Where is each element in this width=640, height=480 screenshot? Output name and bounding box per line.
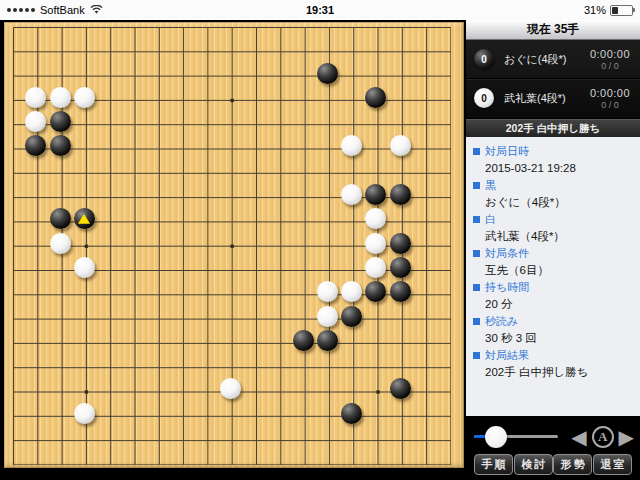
black-captures: 0	[481, 54, 487, 65]
intersection	[171, 64, 195, 88]
intersection	[317, 453, 341, 477]
intersection	[196, 161, 220, 185]
intersection	[123, 307, 147, 331]
intersection	[196, 331, 220, 355]
stone-white	[220, 378, 241, 399]
intersection	[50, 453, 74, 477]
stone-white	[317, 306, 338, 327]
intersection	[99, 258, 123, 282]
intersection	[196, 404, 220, 428]
intersection	[50, 355, 74, 379]
intersection	[390, 185, 414, 209]
intersection	[123, 234, 147, 258]
intersection	[99, 40, 123, 64]
info-item-black: 黒 おぐに（4段*）	[473, 177, 633, 211]
black-stone-icon: 0	[474, 49, 494, 69]
stone-white	[50, 233, 71, 254]
bullet-icon	[473, 318, 480, 325]
intersection	[414, 307, 438, 331]
intersection	[196, 453, 220, 477]
intersection	[366, 355, 390, 379]
intersection	[99, 185, 123, 209]
intersection	[123, 210, 147, 234]
intersection	[26, 453, 50, 477]
intersection	[1, 40, 25, 64]
intersection	[366, 40, 390, 64]
intersection	[50, 258, 74, 282]
intersection	[99, 404, 123, 428]
intersection	[26, 404, 50, 428]
move-counter: 現在 35手	[466, 20, 640, 40]
intersection	[269, 283, 293, 307]
intersection	[439, 161, 463, 185]
intersection	[293, 307, 317, 331]
auto-play-button[interactable]: A	[592, 426, 614, 448]
intersection	[99, 210, 123, 234]
intersection	[317, 88, 341, 112]
intersection	[269, 380, 293, 404]
intersection	[147, 307, 171, 331]
stone-black	[365, 184, 386, 205]
white-stone-icon: 0	[474, 88, 494, 108]
intersection	[366, 258, 390, 282]
stone-black	[341, 403, 362, 424]
intersection	[26, 283, 50, 307]
bullet-icon	[473, 284, 480, 291]
intersection	[390, 428, 414, 452]
white-captures: 0	[481, 93, 487, 104]
intersection	[196, 307, 220, 331]
intersection	[1, 210, 25, 234]
intersection	[99, 234, 123, 258]
intersection	[123, 258, 147, 282]
intersection	[293, 331, 317, 355]
intersection	[341, 380, 365, 404]
intersection	[439, 355, 463, 379]
intersection	[366, 210, 390, 234]
intersection	[269, 428, 293, 452]
app-screen: SoftBank 19:31 31% 現在 35手 0 おぐに(4段*)	[0, 0, 640, 480]
intersection	[293, 185, 317, 209]
intersection	[196, 380, 220, 404]
intersection	[244, 404, 268, 428]
stone-black	[74, 208, 95, 229]
intersection	[1, 161, 25, 185]
intersection	[390, 283, 414, 307]
player-white-row: 0 武礼葉(4段*) 0:00:00 0 / 0	[466, 78, 640, 117]
intersection	[317, 185, 341, 209]
intersection	[1, 380, 25, 404]
intersection	[293, 88, 317, 112]
intersection	[244, 380, 268, 404]
info-item-date: 対局日時 2015-03-21 19:28	[473, 143, 633, 177]
intersection	[50, 380, 74, 404]
stone-white	[341, 135, 362, 156]
stone-black	[390, 378, 411, 399]
intersection	[269, 404, 293, 428]
intersection	[196, 258, 220, 282]
intersection	[196, 185, 220, 209]
info-item-byoyomi: 秒読み 30 秒 3 回	[473, 313, 633, 347]
intersection	[26, 307, 50, 331]
intersection	[26, 185, 50, 209]
intersection	[196, 64, 220, 88]
intersection	[269, 64, 293, 88]
intersection	[414, 258, 438, 282]
white-clock: 0:00:00 0 / 0	[588, 87, 632, 110]
intersection	[123, 88, 147, 112]
intersection	[293, 428, 317, 452]
move-slider[interactable]	[474, 425, 558, 449]
position-eval-button[interactable]: 形勢	[553, 454, 592, 475]
intersection	[147, 355, 171, 379]
intersection	[26, 210, 50, 234]
stone-white	[390, 135, 411, 156]
intersection	[317, 307, 341, 331]
intersection	[269, 113, 293, 137]
stone-white	[317, 281, 338, 302]
white-player-name: 武礼葉(4段*)	[504, 91, 566, 106]
intersection	[293, 258, 317, 282]
intersection	[196, 137, 220, 161]
intersection	[220, 137, 244, 161]
intersection	[171, 161, 195, 185]
intersection	[50, 64, 74, 88]
intersection	[390, 258, 414, 282]
intersection	[171, 428, 195, 452]
intersection	[99, 161, 123, 185]
intersection	[171, 88, 195, 112]
intersection	[317, 283, 341, 307]
stone-black	[365, 281, 386, 302]
intersection	[147, 161, 171, 185]
intersection	[123, 380, 147, 404]
intersection	[74, 113, 98, 137]
intersection	[123, 331, 147, 355]
intersection	[50, 234, 74, 258]
intersection	[439, 380, 463, 404]
intersection	[74, 404, 98, 428]
intersection	[1, 404, 25, 428]
intersection	[366, 64, 390, 88]
intersection	[390, 380, 414, 404]
intersection	[74, 258, 98, 282]
leave-room-button[interactable]: 退室	[593, 454, 632, 475]
intersection	[341, 355, 365, 379]
intersection	[293, 355, 317, 379]
stone-black	[390, 233, 411, 254]
intersection	[50, 88, 74, 112]
intersection	[26, 355, 50, 379]
intersection	[123, 404, 147, 428]
intersection	[390, 453, 414, 477]
intersection	[99, 307, 123, 331]
intersection	[366, 113, 390, 137]
intersection	[220, 380, 244, 404]
intersection	[99, 380, 123, 404]
intersection	[74, 185, 98, 209]
intersection	[269, 185, 293, 209]
intersection	[414, 210, 438, 234]
intersection	[317, 64, 341, 88]
intersection	[341, 307, 365, 331]
intersection	[50, 428, 74, 452]
intersection	[26, 64, 50, 88]
intersection	[147, 88, 171, 112]
intersection	[269, 453, 293, 477]
intersection	[269, 258, 293, 282]
intersection	[269, 210, 293, 234]
intersection	[366, 185, 390, 209]
intersection	[244, 355, 268, 379]
intersection	[74, 64, 98, 88]
intersection	[293, 137, 317, 161]
intersection	[414, 234, 438, 258]
stone-white	[341, 184, 362, 205]
intersection	[366, 234, 390, 258]
intersection	[1, 355, 25, 379]
intersection	[366, 380, 390, 404]
intersection	[244, 40, 268, 64]
intersection	[26, 258, 50, 282]
intersection	[439, 307, 463, 331]
intersection	[244, 453, 268, 477]
intersection	[269, 88, 293, 112]
intersection	[220, 355, 244, 379]
intersection	[439, 40, 463, 64]
intersection	[1, 283, 25, 307]
intersection	[366, 283, 390, 307]
intersection	[317, 113, 341, 137]
intersection	[341, 137, 365, 161]
intersection	[171, 453, 195, 477]
intersection	[317, 331, 341, 355]
intersection	[171, 210, 195, 234]
info-item-main-time: 持ち時間 20 分	[473, 279, 633, 313]
intersection	[390, 137, 414, 161]
stone-white	[50, 87, 71, 108]
intersection	[244, 210, 268, 234]
intersection	[414, 88, 438, 112]
intersection	[390, 404, 414, 428]
intersection	[99, 113, 123, 137]
intersection	[269, 234, 293, 258]
intersection	[390, 88, 414, 112]
intersection	[293, 234, 317, 258]
intersection	[74, 380, 98, 404]
intersection	[366, 404, 390, 428]
moves-button[interactable]: 手順	[474, 454, 513, 475]
stone-black	[390, 184, 411, 205]
intersection	[244, 258, 268, 282]
intersection	[414, 283, 438, 307]
intersection	[1, 258, 25, 282]
intersection	[341, 404, 365, 428]
intersection	[414, 113, 438, 137]
intersection	[366, 307, 390, 331]
info-panel: 現在 35手 0 おぐに(4段*) 0:00:00 0 / 0 0 武礼葉(4段…	[466, 20, 640, 480]
black-player-name: おぐに(4段*)	[504, 52, 567, 67]
white-time: 0:00:00	[588, 87, 632, 99]
player-black-row: 0 おぐに(4段*) 0:00:00 0 / 0	[466, 40, 640, 78]
intersection	[414, 161, 438, 185]
intersection	[171, 258, 195, 282]
intersection	[147, 428, 171, 452]
intersection	[293, 283, 317, 307]
intersection	[293, 40, 317, 64]
intersection	[50, 137, 74, 161]
intersection	[74, 40, 98, 64]
intersection	[196, 88, 220, 112]
stone-black	[317, 330, 338, 351]
last-move-marker	[78, 214, 90, 224]
intersection	[123, 428, 147, 452]
intersection	[390, 161, 414, 185]
stone-white	[365, 257, 386, 278]
review-button[interactable]: 検討	[514, 454, 553, 475]
intersection	[220, 64, 244, 88]
intersection	[414, 185, 438, 209]
intersection	[390, 113, 414, 137]
intersection	[220, 283, 244, 307]
intersection	[390, 331, 414, 355]
intersection	[293, 404, 317, 428]
battery-percent-label: 31%	[584, 4, 606, 16]
intersection	[147, 64, 171, 88]
intersection	[220, 40, 244, 64]
intersection	[341, 185, 365, 209]
intersection	[1, 64, 25, 88]
intersection	[123, 283, 147, 307]
intersection	[244, 113, 268, 137]
intersection	[269, 137, 293, 161]
intersection	[1, 185, 25, 209]
intersection	[439, 113, 463, 137]
stone-black	[50, 208, 71, 229]
intersection	[147, 185, 171, 209]
prev-move-button[interactable]: ◀	[571, 427, 586, 447]
stone-black	[341, 306, 362, 327]
intersection	[74, 428, 98, 452]
intersection	[414, 40, 438, 64]
intersection	[74, 137, 98, 161]
intersection	[293, 453, 317, 477]
intersection	[341, 258, 365, 282]
intersection	[414, 355, 438, 379]
intersection	[171, 307, 195, 331]
intersection	[439, 404, 463, 428]
intersection	[196, 283, 220, 307]
intersection	[171, 380, 195, 404]
intersection	[99, 428, 123, 452]
intersection	[220, 185, 244, 209]
intersection	[317, 234, 341, 258]
intersection	[244, 283, 268, 307]
intersection	[439, 258, 463, 282]
intersection	[439, 64, 463, 88]
stone-black	[50, 111, 71, 132]
intersection	[26, 428, 50, 452]
intersection	[220, 331, 244, 355]
go-board[interactable]	[4, 22, 464, 468]
slider-thumb[interactable]	[485, 426, 507, 448]
intersection	[1, 331, 25, 355]
intersection	[50, 185, 74, 209]
intersection	[147, 234, 171, 258]
intersection	[220, 113, 244, 137]
intersection	[123, 40, 147, 64]
intersection	[293, 210, 317, 234]
intersection	[1, 88, 25, 112]
intersection	[50, 161, 74, 185]
clock: 19:31	[0, 4, 640, 16]
intersection	[341, 64, 365, 88]
stone-white	[341, 281, 362, 302]
intersection	[123, 137, 147, 161]
info-item-conditions: 対局条件 互先（6目）	[473, 245, 633, 279]
white-periods: 0 / 0	[588, 100, 632, 110]
intersection	[390, 234, 414, 258]
black-time: 0:00:00	[588, 48, 632, 60]
intersection	[196, 355, 220, 379]
stone-white	[25, 87, 46, 108]
intersection	[99, 331, 123, 355]
intersection	[414, 64, 438, 88]
intersection	[50, 404, 74, 428]
intersection	[390, 355, 414, 379]
intersection	[26, 161, 50, 185]
intersection	[26, 113, 50, 137]
battery-icon	[610, 5, 633, 16]
bullet-icon	[473, 352, 480, 359]
intersection	[269, 161, 293, 185]
intersection	[171, 355, 195, 379]
next-move-button[interactable]: ▶	[619, 427, 634, 447]
game-info-list: 対局日時 2015-03-21 19:28 黒 おぐに（4段*） 白 武礼葉（4…	[466, 137, 640, 416]
intersection	[171, 404, 195, 428]
black-periods: 0 / 0	[588, 61, 632, 71]
intersection	[99, 453, 123, 477]
intersection	[196, 234, 220, 258]
intersection	[269, 355, 293, 379]
intersection	[171, 137, 195, 161]
intersection	[317, 40, 341, 64]
intersection	[220, 161, 244, 185]
intersection	[244, 428, 268, 452]
intersection	[317, 210, 341, 234]
intersection	[99, 283, 123, 307]
intersection	[390, 307, 414, 331]
stone-white	[25, 111, 46, 132]
intersection	[317, 428, 341, 452]
intersection	[26, 380, 50, 404]
intersection	[1, 428, 25, 452]
intersection	[74, 88, 98, 112]
intersection	[1, 137, 25, 161]
intersection	[220, 307, 244, 331]
intersection	[220, 428, 244, 452]
intersection	[341, 161, 365, 185]
intersection	[293, 64, 317, 88]
black-clock: 0:00:00 0 / 0	[588, 48, 632, 71]
bullet-icon	[473, 148, 480, 155]
intersection	[390, 64, 414, 88]
info-item-white: 白 武礼葉（4段*）	[473, 211, 633, 245]
intersection	[317, 161, 341, 185]
intersection	[366, 428, 390, 452]
intersection	[74, 307, 98, 331]
stone-black	[365, 87, 386, 108]
